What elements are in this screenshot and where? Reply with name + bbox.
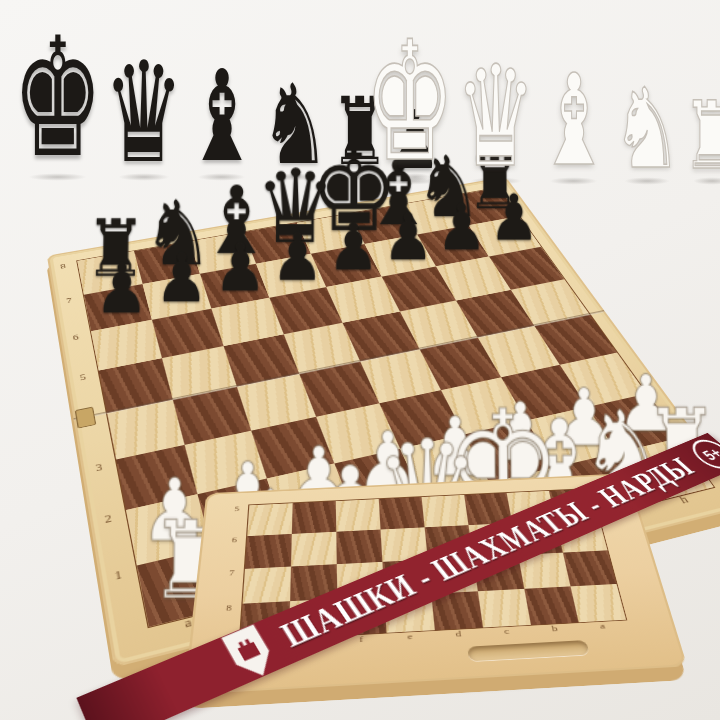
box-letter-label: a xyxy=(577,620,628,638)
queen-icon: ♛ xyxy=(103,45,184,178)
box-letter-label: b xyxy=(530,622,581,640)
box-number-label: 7 xyxy=(206,568,240,604)
box-print-square xyxy=(336,530,382,565)
white-pieces-display-row: ♚♛♝♞♜♟ xyxy=(364,26,718,182)
display-piece-white-knight: ♞ xyxy=(611,107,682,182)
piece-black-pawn-d7[interactable]: ♟ xyxy=(268,224,327,291)
king-icon: ♚ xyxy=(12,21,103,178)
box-letter-label: e xyxy=(385,630,435,648)
bishop-icon: ♝ xyxy=(536,62,611,182)
closed-box-handle-recess xyxy=(467,640,589,661)
display-piece-white-bishop: ♝ xyxy=(536,102,611,182)
square-e4[interactable] xyxy=(360,349,441,403)
box-print-square xyxy=(291,532,337,567)
box-print-square xyxy=(478,589,531,628)
box-print-square xyxy=(292,501,336,534)
box-number-label: 5 xyxy=(213,505,244,537)
piece-black-pawn-e7[interactable]: ♟ xyxy=(325,215,383,281)
queen-icon: ♛ xyxy=(455,49,536,182)
display-piece-white-rook: ♜ xyxy=(682,119,720,182)
closed-box-scene: hgfedcba 5678 ШАШКИ - ШАХМАТЫ - НАРДЫ 5+ xyxy=(180,432,720,720)
display-piece-black-queen: ♛ xyxy=(103,93,184,179)
king-icon: ♚ xyxy=(364,25,455,182)
square-d4[interactable] xyxy=(299,361,379,416)
display-piece-black-knight: ♞ xyxy=(259,103,330,178)
bishop-icon: ♝ xyxy=(184,58,259,178)
display-piece-white-queen: ♛ xyxy=(455,97,536,183)
piece-black-pawn-a7[interactable]: ♟ xyxy=(91,255,152,324)
box-print-square xyxy=(563,550,617,586)
box-print-square xyxy=(336,499,381,532)
box-print-square xyxy=(571,584,627,622)
piece-black-pawn-c7[interactable]: ♟ xyxy=(210,234,270,301)
display-piece-black-king: ♚ xyxy=(12,81,103,178)
piece-black-pawn-f7[interactable]: ♟ xyxy=(380,205,437,270)
box-print-square xyxy=(379,497,425,530)
knight-icon: ♞ xyxy=(259,73,330,178)
piece-black-pawn-g7[interactable]: ♟ xyxy=(433,196,490,260)
display-piece-black-bishop: ♝ xyxy=(184,98,259,178)
closed-folded-board: hgfedcba 5678 ШАШКИ - ШАХМАТЫ - НАРДЫ 5+ xyxy=(184,473,687,695)
box-print-square xyxy=(422,495,469,527)
box-print-square xyxy=(425,525,473,559)
box-print-square xyxy=(247,503,292,536)
box-print-square xyxy=(464,493,512,525)
black-pieces-display-row: ♚♛♝♞♜♟ xyxy=(12,22,360,178)
box-print-square xyxy=(384,594,434,633)
piece-black-pawn-b7[interactable]: ♟ xyxy=(151,244,211,312)
closed-box-number-labels: 5678 xyxy=(202,505,244,642)
box-print-square xyxy=(243,567,291,604)
box-letter-label: d xyxy=(434,628,484,646)
display-piece-white-king: ♚ xyxy=(364,85,455,182)
box-print-square xyxy=(524,586,578,625)
square-a7[interactable]: ♟ xyxy=(84,284,152,331)
rook-icon: ♜ xyxy=(682,93,720,182)
knight-icon: ♞ xyxy=(611,77,682,182)
box-print-square xyxy=(245,534,292,569)
box-number-label: 6 xyxy=(209,536,241,570)
